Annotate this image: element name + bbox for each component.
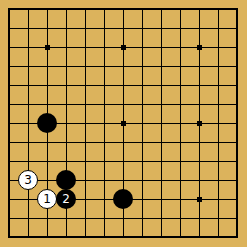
grid-line-vertical xyxy=(142,10,143,236)
go-board-diagram: 312 xyxy=(0,0,247,247)
grid-line-vertical xyxy=(180,10,181,236)
white-stone-move-3: 3 xyxy=(18,170,38,190)
grid-line-vertical xyxy=(161,10,162,236)
star-point xyxy=(197,45,202,50)
star-point xyxy=(121,121,126,126)
black-stone xyxy=(113,189,133,209)
white-stone-move-1: 1 xyxy=(37,189,57,209)
move-number-label: 1 xyxy=(43,193,51,205)
grid-line-horizontal xyxy=(10,180,236,181)
black-stone-move-2: 2 xyxy=(56,189,76,209)
grid-line-horizontal xyxy=(10,161,236,162)
grid-line-horizontal xyxy=(10,142,236,143)
star-point xyxy=(197,121,202,126)
black-stone xyxy=(37,113,57,133)
move-number-label: 3 xyxy=(24,174,32,186)
star-point xyxy=(45,45,50,50)
star-point xyxy=(121,45,126,50)
black-stone xyxy=(56,170,76,190)
star-point xyxy=(197,197,202,202)
grid-line-horizontal xyxy=(10,218,236,219)
move-number-label: 2 xyxy=(62,193,70,205)
grid-line-vertical xyxy=(218,10,219,236)
